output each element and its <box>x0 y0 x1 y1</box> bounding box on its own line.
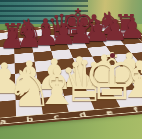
file-label-e: e <box>95 108 125 117</box>
chess-board: abcdefgh <box>0 19 142 128</box>
file-label-a: a <box>0 117 17 126</box>
chess-board-perspective: abcdefgh <box>0 0 142 129</box>
file-label-d: d <box>69 110 98 119</box>
square-b1 <box>16 98 43 116</box>
file-label-c: c <box>42 113 70 122</box>
square-a1 <box>0 100 16 119</box>
photo-scene: abcdefgh ♜♞♝♛♚♝♞♜♟♟♟♟♟♟♟♟♟♟♟♟♟♟♟♟♞♝♛♚♝♞♜ <box>0 0 142 139</box>
file-label-b: b <box>16 115 43 124</box>
file-label-f: f <box>121 106 142 115</box>
board-squares <box>0 22 142 118</box>
